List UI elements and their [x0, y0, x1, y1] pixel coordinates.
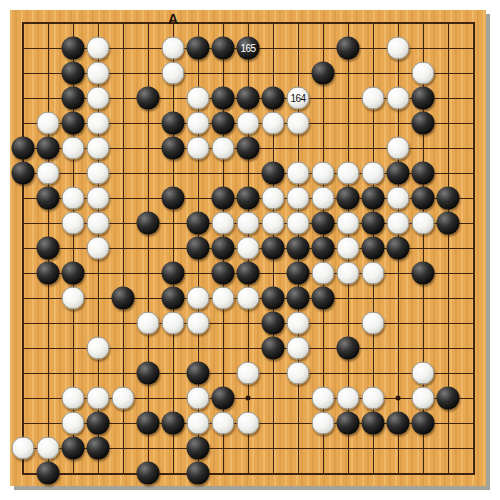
black-stone	[337, 187, 360, 210]
black-stone	[137, 87, 160, 110]
black-stone	[37, 187, 60, 210]
black-stone	[212, 262, 235, 285]
black-stone	[262, 237, 285, 260]
black-stone	[437, 187, 460, 210]
white-stone	[412, 387, 435, 410]
white-stone	[387, 137, 410, 160]
white-stone	[412, 62, 435, 85]
white-stone	[137, 312, 160, 335]
black-stone	[312, 237, 335, 260]
white-stone	[212, 212, 235, 235]
white-stone	[287, 187, 310, 210]
black-stone	[137, 412, 160, 435]
black-stone	[287, 287, 310, 310]
white-stone	[412, 362, 435, 385]
black-stone	[162, 187, 185, 210]
white-stone	[387, 87, 410, 110]
white-stone	[62, 187, 85, 210]
star-point	[246, 396, 251, 401]
white-stone	[37, 437, 60, 460]
black-stone	[62, 62, 85, 85]
black-stone	[62, 437, 85, 460]
white-stone	[187, 412, 210, 435]
white-stone	[237, 287, 260, 310]
white-stone	[337, 387, 360, 410]
black-stone	[212, 112, 235, 135]
white-stone	[87, 187, 110, 210]
black-stone	[362, 412, 385, 435]
white-stone	[237, 112, 260, 135]
white-stone	[412, 212, 435, 235]
star-point	[396, 396, 401, 401]
black-stone	[37, 262, 60, 285]
move-number-label: 164	[288, 88, 309, 109]
white-stone	[87, 62, 110, 85]
white-stone	[362, 262, 385, 285]
white-stone	[362, 387, 385, 410]
white-stone	[162, 62, 185, 85]
white-stone	[37, 162, 60, 185]
white-stone	[87, 37, 110, 60]
white-stone	[187, 387, 210, 410]
black-stone	[237, 87, 260, 110]
black-stone	[262, 337, 285, 360]
black-stone	[212, 237, 235, 260]
white-stone	[162, 312, 185, 335]
black-stone	[187, 437, 210, 460]
white-stone	[187, 112, 210, 135]
white-stone	[87, 212, 110, 235]
black-stone	[162, 412, 185, 435]
black-stone	[187, 237, 210, 260]
black-stone	[362, 187, 385, 210]
black-stone	[212, 187, 235, 210]
black-stone	[187, 37, 210, 60]
white-stone	[62, 212, 85, 235]
black-stone	[337, 412, 360, 435]
black-stone	[312, 212, 335, 235]
black-stone	[62, 112, 85, 135]
black-stone	[62, 262, 85, 285]
black-stone	[87, 437, 110, 460]
white-stone	[287, 162, 310, 185]
white-stone	[187, 287, 210, 310]
black-stone	[337, 337, 360, 360]
white-stone	[337, 262, 360, 285]
black-stone	[162, 137, 185, 160]
white-stone	[387, 37, 410, 60]
white-stone	[287, 112, 310, 135]
black-stone	[337, 37, 360, 60]
white-stone	[387, 187, 410, 210]
black-stone	[262, 162, 285, 185]
white-stone	[237, 412, 260, 435]
white-stone	[387, 212, 410, 235]
white-stone	[362, 87, 385, 110]
white-stone	[212, 137, 235, 160]
white-stone	[62, 412, 85, 435]
white-stone	[87, 112, 110, 135]
black-stone	[62, 37, 85, 60]
black-stone	[437, 387, 460, 410]
black-stone	[237, 262, 260, 285]
black-stone	[387, 412, 410, 435]
white-stone	[337, 212, 360, 235]
white-stone	[87, 162, 110, 185]
black-stone	[137, 362, 160, 385]
black-stone	[262, 287, 285, 310]
white-stone	[87, 137, 110, 160]
black-stone	[412, 262, 435, 285]
black-stone	[412, 412, 435, 435]
black-stone	[287, 262, 310, 285]
black-stone	[12, 162, 35, 185]
white-stone	[112, 387, 135, 410]
white-stone	[312, 187, 335, 210]
white-stone	[262, 112, 285, 135]
black-stone	[312, 62, 335, 85]
black-stone	[187, 212, 210, 235]
white-stone	[212, 412, 235, 435]
black-stone	[387, 162, 410, 185]
white-stone	[362, 162, 385, 185]
white-stone	[87, 337, 110, 360]
black-stone	[12, 137, 35, 160]
white-stone	[62, 137, 85, 160]
black-stone	[212, 387, 235, 410]
white-stone	[237, 212, 260, 235]
black-stone	[212, 87, 235, 110]
white-stone	[12, 437, 35, 460]
white-stone	[362, 312, 385, 335]
black-stone	[362, 212, 385, 235]
black-stone	[412, 112, 435, 135]
white-stone	[187, 312, 210, 335]
white-stone	[237, 362, 260, 385]
black-stone	[62, 87, 85, 110]
white-stone	[87, 237, 110, 260]
black-stone	[387, 237, 410, 260]
white-stone	[237, 237, 260, 260]
white-stone	[312, 412, 335, 435]
white-stone	[162, 37, 185, 60]
black-stone	[287, 237, 310, 260]
go-board[interactable]: 165164A	[10, 10, 486, 486]
white-stone: 164	[287, 87, 310, 110]
white-stone	[62, 287, 85, 310]
white-stone	[262, 212, 285, 235]
white-stone	[87, 387, 110, 410]
black-stone	[262, 87, 285, 110]
black-stone	[137, 212, 160, 235]
white-stone	[37, 112, 60, 135]
black-stone	[87, 412, 110, 435]
white-stone	[87, 87, 110, 110]
black-stone	[412, 162, 435, 185]
black-stone	[112, 287, 135, 310]
white-stone	[337, 162, 360, 185]
black-stone	[162, 262, 185, 285]
black-stone	[362, 237, 385, 260]
black-stone	[212, 37, 235, 60]
move-number-label: 165	[237, 37, 260, 60]
white-stone	[287, 312, 310, 335]
black-stone	[237, 187, 260, 210]
black-stone	[162, 287, 185, 310]
black-stone	[37, 462, 60, 485]
black-stone	[437, 212, 460, 235]
black-stone	[187, 362, 210, 385]
black-stone	[187, 462, 210, 485]
white-stone	[312, 387, 335, 410]
black-stone	[412, 187, 435, 210]
white-stone	[312, 162, 335, 185]
black-stone	[162, 112, 185, 135]
black-stone	[37, 237, 60, 260]
page: 165164A	[0, 0, 500, 500]
black-stone: 165	[237, 37, 260, 60]
black-stone	[412, 87, 435, 110]
black-stone	[312, 287, 335, 310]
white-stone	[187, 87, 210, 110]
black-stone	[37, 137, 60, 160]
white-stone	[262, 187, 285, 210]
white-stone	[62, 387, 85, 410]
white-stone	[287, 362, 310, 385]
white-stone	[187, 137, 210, 160]
white-stone	[287, 212, 310, 235]
black-stone	[237, 137, 260, 160]
white-stone	[287, 337, 310, 360]
white-stone	[312, 262, 335, 285]
black-stone	[137, 462, 160, 485]
white-stone	[212, 287, 235, 310]
white-stone	[337, 237, 360, 260]
black-stone	[262, 312, 285, 335]
point-label-A: A	[168, 11, 178, 27]
